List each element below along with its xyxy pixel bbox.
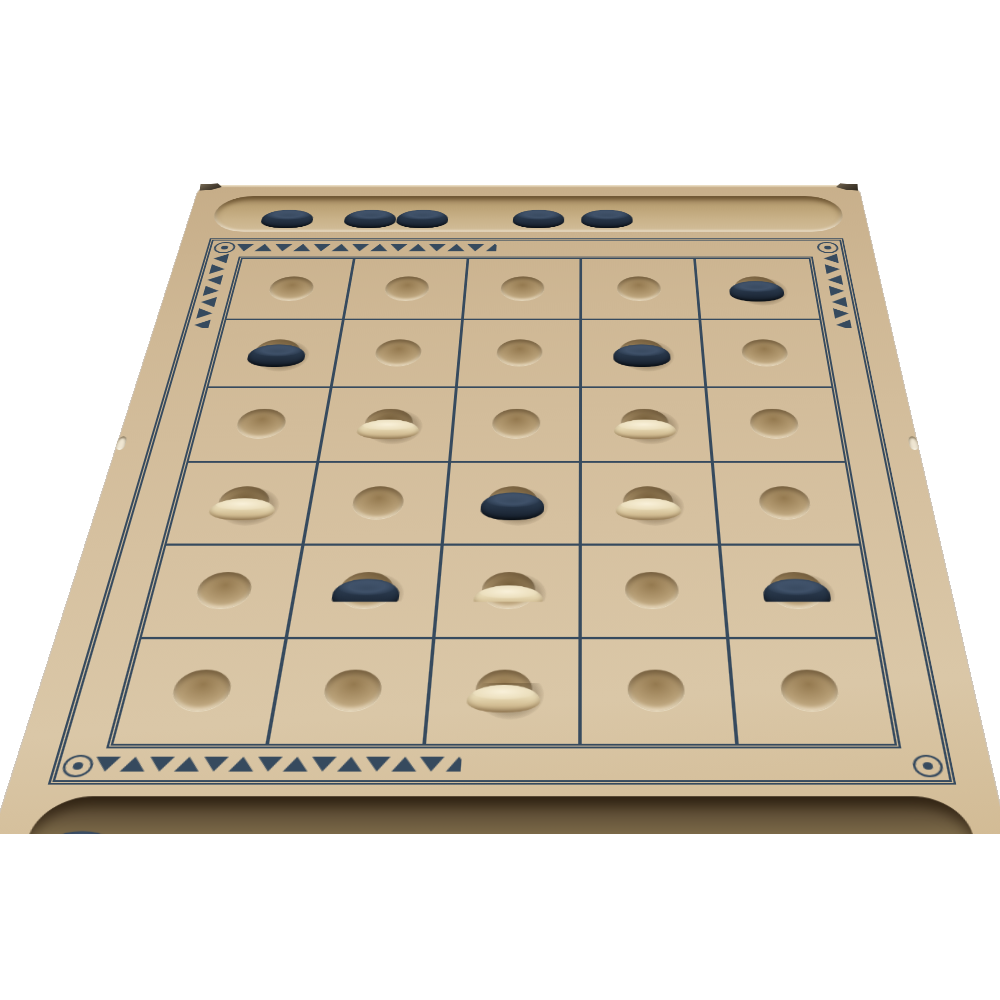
cell-r4c3[interactable] <box>443 463 582 546</box>
piece-top-highlight <box>585 211 628 220</box>
wood-piece[interactable] <box>614 420 677 440</box>
dimple <box>234 409 288 438</box>
board-grid <box>113 259 894 744</box>
cell-r4c2[interactable] <box>305 463 451 546</box>
game-board <box>0 185 1000 888</box>
wood-piece[interactable] <box>473 585 543 610</box>
cell-r5c1[interactable] <box>141 546 304 639</box>
cell-r3c1[interactable] <box>188 388 333 463</box>
cell-r2c1[interactable] <box>208 320 345 388</box>
photo-crop-white-band <box>0 834 1000 1000</box>
piece-shadow <box>624 487 685 525</box>
dimple <box>475 669 533 710</box>
cell-r3c3[interactable] <box>451 388 582 463</box>
dimple <box>757 486 812 519</box>
piece-top-highlight <box>767 580 825 595</box>
wood-piece[interactable] <box>356 420 421 440</box>
cell-r5c4[interactable] <box>582 546 729 639</box>
piece-shadow <box>477 671 545 719</box>
bullseye-corner-icon <box>60 755 96 777</box>
cell-r6c4[interactable] <box>582 639 738 744</box>
zigzag-band-bottom <box>89 755 462 776</box>
dimple <box>492 409 541 438</box>
navy-piece[interactable] <box>761 579 832 610</box>
piece-top-highlight <box>473 686 535 699</box>
dimple <box>214 486 272 519</box>
dimple <box>625 572 680 608</box>
piece-shadow <box>483 573 547 616</box>
cell-r3c5[interactable] <box>707 388 845 463</box>
dimple <box>337 572 395 608</box>
dimple <box>322 669 384 710</box>
cell-r5c2[interactable] <box>288 546 443 639</box>
cell-r1c4[interactable] <box>582 259 701 320</box>
cell-r6c5[interactable] <box>729 639 894 744</box>
bullseye-corner-icon <box>212 242 236 253</box>
cell-r1c3[interactable] <box>464 259 583 320</box>
cell-r3c2[interactable] <box>320 388 458 463</box>
piece-top-highlight <box>338 580 396 595</box>
cell-r6c3[interactable] <box>426 639 582 744</box>
bullseye-corner-icon <box>911 755 945 777</box>
piece-top-highlight <box>252 346 302 357</box>
cell-r1c5[interactable] <box>696 259 820 320</box>
navy-piece[interactable] <box>395 210 449 228</box>
cell-r4c5[interactable] <box>713 463 859 546</box>
zigzag-band-right <box>821 253 854 328</box>
top-piece-tray <box>209 196 846 232</box>
piece-top-highlight <box>517 211 560 220</box>
wood-piece[interactable] <box>615 498 681 520</box>
cell-r5c3[interactable] <box>435 546 582 639</box>
bullseye-corner-icon <box>816 242 839 253</box>
cell-r5c5[interactable] <box>721 546 876 639</box>
navy-piece[interactable] <box>581 210 633 228</box>
dimple <box>496 339 543 365</box>
dimple <box>384 276 431 300</box>
piece-top-highlight <box>733 282 780 292</box>
cell-r6c2[interactable] <box>270 639 436 744</box>
cell-r4c1[interactable] <box>166 463 319 546</box>
navy-piece[interactable] <box>330 579 401 610</box>
navy-piece[interactable] <box>512 210 564 228</box>
cell-r3c4[interactable] <box>582 388 713 463</box>
cell-r2c3[interactable] <box>458 320 583 388</box>
piece-top-highlight <box>618 346 666 357</box>
piece-top-highlight <box>401 211 445 220</box>
dimple <box>193 572 254 608</box>
navy-piece[interactable] <box>259 210 315 228</box>
cell-r2c4[interactable] <box>582 320 707 388</box>
piece-top-highlight <box>266 211 311 220</box>
cell-r1c2[interactable] <box>345 259 469 320</box>
dimple <box>748 409 800 438</box>
cell-r1c1[interactable] <box>226 259 356 320</box>
latch-cutout-left <box>115 436 128 450</box>
dimple <box>740 339 789 365</box>
navy-piece[interactable] <box>245 344 307 367</box>
dimple <box>351 486 406 519</box>
piece-top-highlight <box>480 587 538 599</box>
navy-piece[interactable] <box>480 492 544 520</box>
wood-piece[interactable] <box>207 498 277 520</box>
piece-top-highlight <box>619 421 671 430</box>
piece-top-highlight <box>486 494 539 507</box>
dimple <box>267 276 316 300</box>
dimple <box>779 669 841 710</box>
piece-top-highlight <box>349 211 393 220</box>
dimple <box>374 339 423 365</box>
zigzag-band-top <box>233 243 497 253</box>
piece-shadow <box>338 573 406 616</box>
navy-piece[interactable] <box>728 281 785 301</box>
piece-top-highlight <box>621 499 676 509</box>
cell-r4c4[interactable] <box>582 463 721 546</box>
navy-piece[interactable] <box>613 344 671 367</box>
piece-top-highlight <box>362 421 415 430</box>
zigzag-border-frame <box>48 238 957 785</box>
wood-piece[interactable] <box>466 685 541 713</box>
piece-shadow <box>215 487 282 525</box>
dimple <box>622 486 674 519</box>
dimple <box>501 276 545 300</box>
metal-clip-top-left-icon <box>200 183 223 190</box>
dimple <box>617 276 661 300</box>
metal-clip-top-right-icon <box>836 183 858 190</box>
dimple <box>487 486 539 519</box>
grid-frame <box>106 257 901 749</box>
cell-r6c1[interactable] <box>113 639 288 744</box>
piece-top-highlight <box>214 499 271 509</box>
cell-r2c2[interactable] <box>333 320 464 388</box>
dimple <box>767 572 825 608</box>
product-photo-stage <box>0 0 1000 1000</box>
navy-piece[interactable] <box>343 210 397 228</box>
dimple <box>481 572 536 608</box>
dimple <box>627 669 685 710</box>
latch-cutout-right <box>907 436 919 450</box>
dimple <box>168 669 234 710</box>
piece-shadow <box>770 573 838 616</box>
cell-r2c5[interactable] <box>701 320 832 388</box>
piece-shadow <box>489 487 550 525</box>
